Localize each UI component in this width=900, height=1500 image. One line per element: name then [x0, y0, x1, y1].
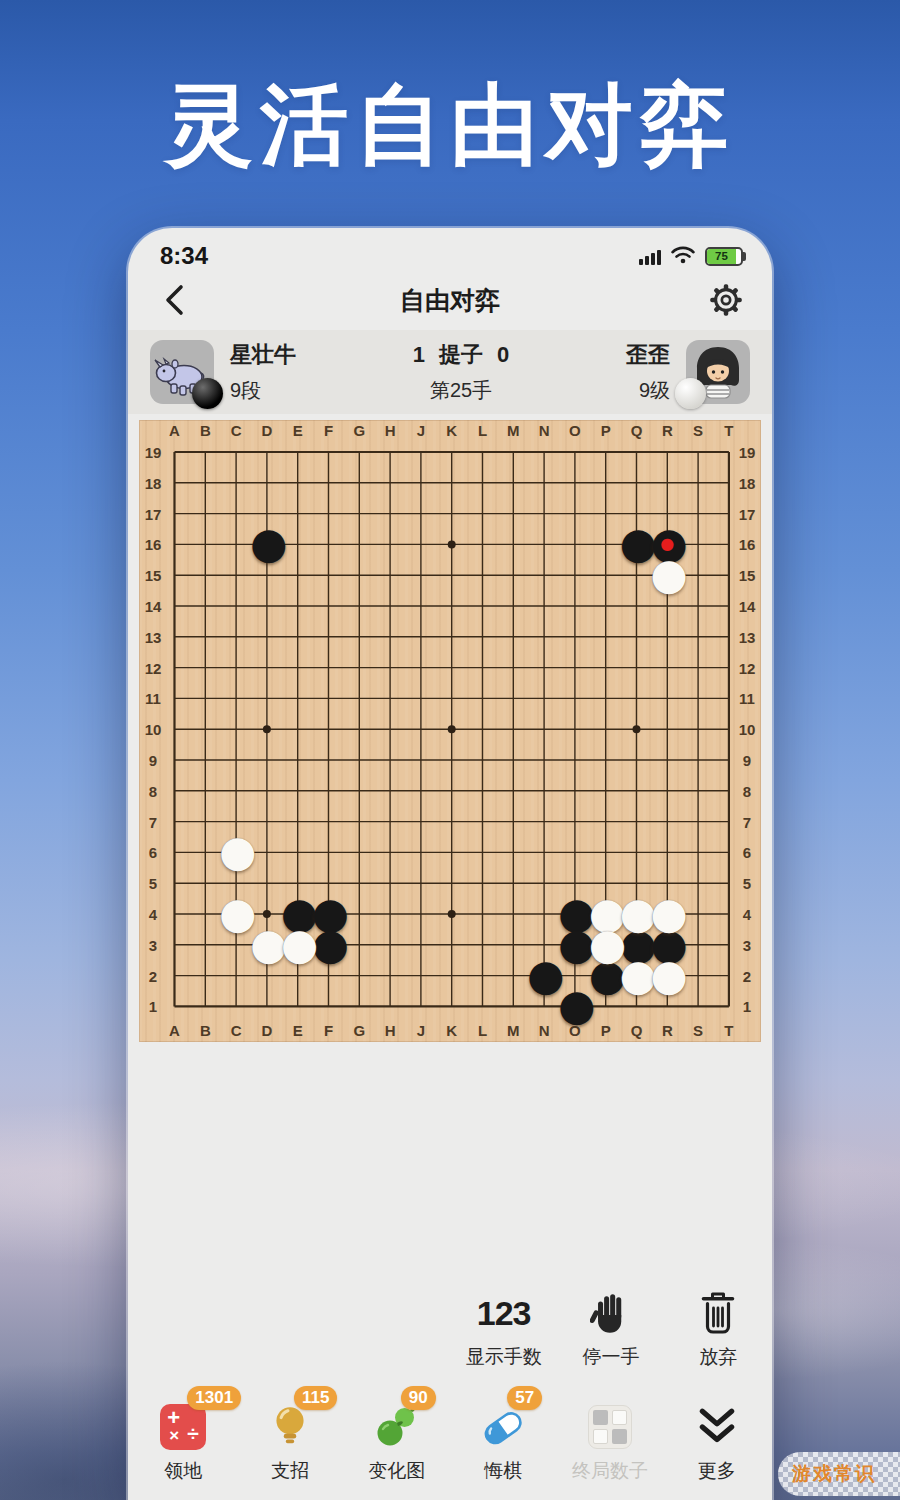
- coord-label: 16: [739, 536, 756, 553]
- hint-button[interactable]: 115 支招: [237, 1398, 344, 1500]
- coord-label: O: [569, 422, 581, 439]
- coord-label: T: [724, 1022, 733, 1039]
- page-title: 灵活自由对弈: [0, 66, 900, 185]
- coord-label: 10: [739, 721, 756, 738]
- final-count-label: 终局数子: [572, 1458, 648, 1484]
- black-player-rank: 9段: [230, 377, 296, 404]
- black-stone: ●: [250, 527, 284, 561]
- coord-label: 3: [743, 936, 751, 953]
- final-count-button: 终局数子: [557, 1398, 664, 1500]
- more-button[interactable]: 更多: [663, 1398, 770, 1500]
- coord-label: 19: [739, 444, 756, 461]
- variation-badge: 90: [401, 1386, 436, 1410]
- game-toolbar: 123 显示手数 停一手: [450, 1284, 772, 1390]
- white-stone: ●: [620, 959, 654, 993]
- app-screenshot: 灵活自由对弈 8:34 75: [0, 0, 900, 1500]
- back-button[interactable]: [156, 282, 192, 318]
- undo-badge: 57: [507, 1386, 542, 1410]
- coord-label: S: [693, 422, 703, 439]
- coord-label: 12: [739, 659, 756, 676]
- coord-label: 3: [149, 936, 157, 953]
- pass-button[interactable]: 停一手: [557, 1284, 664, 1390]
- territory-calculator-icon: +×÷: [160, 1404, 206, 1450]
- coord-label: 1: [743, 998, 751, 1015]
- coord-label: B: [200, 1022, 211, 1039]
- black-stone: ●: [558, 989, 592, 1023]
- white-player-rank: 9级: [626, 377, 670, 404]
- coord-label: G: [353, 1022, 365, 1039]
- white-player-avatar[interactable]: [686, 340, 750, 404]
- clock-text: 8:34: [160, 242, 639, 270]
- hint-badge: 115: [294, 1386, 337, 1410]
- coord-label: 8: [743, 782, 751, 799]
- white-stone: ●: [650, 897, 684, 931]
- coord-label: F: [324, 1022, 333, 1039]
- coord-label: 17: [739, 505, 756, 522]
- white-stone: ●: [219, 835, 253, 869]
- coord-label: P: [601, 1022, 611, 1039]
- status-bar: 8:34 75: [128, 228, 772, 270]
- coord-label: 7: [149, 813, 157, 830]
- coord-label: H: [385, 422, 396, 439]
- white-stone: ●: [650, 959, 684, 993]
- undo-label: 悔棋: [484, 1458, 522, 1484]
- coord-label: 15: [739, 567, 756, 584]
- white-stone: ●: [650, 558, 684, 592]
- captures-count: 1 提子 0: [296, 340, 626, 370]
- trash-icon: [698, 1290, 738, 1336]
- hint-label: 支招: [271, 1458, 309, 1484]
- pill-icon: [480, 1403, 526, 1451]
- coord-label: N: [539, 422, 550, 439]
- coord-label: 7: [743, 813, 751, 830]
- black-player-avatar[interactable]: [150, 340, 214, 404]
- coord-label: L: [478, 422, 487, 439]
- territory-label: 领地: [164, 1458, 202, 1484]
- coord-label: E: [293, 422, 303, 439]
- coord-label: M: [507, 1022, 520, 1039]
- white-stone-indicator: [675, 378, 706, 409]
- resign-label: 放弃: [699, 1344, 737, 1370]
- coord-label: 14: [145, 598, 162, 615]
- white-stone: ●: [219, 897, 253, 931]
- coord-label: 13: [739, 628, 756, 645]
- app-header: 自由对弈: [128, 270, 772, 330]
- coord-label: 15: [145, 567, 162, 584]
- coord-label: 11: [739, 690, 755, 707]
- hand-icon: [590, 1290, 632, 1336]
- coord-label: J: [417, 1022, 425, 1039]
- undo-button[interactable]: 57 悔棋: [450, 1398, 557, 1500]
- coord-label: S: [693, 1022, 703, 1039]
- double-chevron-down-icon: [694, 1406, 740, 1448]
- coord-label: H: [385, 1022, 396, 1039]
- coord-label: 4: [149, 906, 157, 923]
- coord-label: 16: [145, 536, 162, 553]
- final-count-grid-icon: [588, 1405, 632, 1449]
- black-stone-indicator: [192, 378, 223, 409]
- coord-label: L: [478, 1022, 487, 1039]
- white-player-name: 歪歪: [626, 340, 670, 370]
- show-move-numbers-label: 显示手数: [466, 1344, 542, 1370]
- coord-label: 5: [149, 875, 157, 892]
- coord-label: R: [662, 422, 673, 439]
- coord-label: 9: [743, 752, 751, 769]
- white-stone: ●: [281, 928, 315, 962]
- coord-label: T: [724, 422, 733, 439]
- coord-label: 11: [145, 690, 161, 707]
- coord-label: Q: [631, 422, 643, 439]
- variation-diagram-icon: [374, 1403, 420, 1451]
- coord-label: D: [261, 422, 272, 439]
- more-label: 更多: [698, 1458, 736, 1484]
- coord-label: 2: [743, 967, 751, 984]
- territory-button[interactable]: +×÷ 1301 领地: [130, 1398, 237, 1500]
- coord-label: 5: [743, 875, 751, 892]
- coord-label: G: [353, 422, 365, 439]
- variation-button[interactable]: 90 变化图: [343, 1398, 450, 1500]
- lightbulb-icon: [267, 1403, 313, 1451]
- coord-label: K: [446, 1022, 457, 1039]
- battery-percent: 75: [707, 249, 737, 264]
- coord-label: 13: [145, 628, 162, 645]
- coord-label: A: [169, 1022, 180, 1039]
- watermark: 游戏常识: [778, 1452, 900, 1496]
- coord-label: 18: [739, 474, 756, 491]
- coord-label: 6: [743, 844, 751, 861]
- coord-label: 14: [739, 598, 756, 615]
- coord-label: 6: [149, 844, 157, 861]
- variation-label: 变化图: [368, 1458, 425, 1484]
- coord-label: N: [539, 1022, 550, 1039]
- settings-button[interactable]: [708, 282, 744, 318]
- coord-label: 12: [145, 659, 162, 676]
- move-number: 第25手: [296, 377, 626, 404]
- black-stone: ●: [620, 527, 654, 561]
- white-stone: ●: [589, 928, 623, 962]
- coord-label: R: [662, 1022, 673, 1039]
- coord-label: B: [200, 422, 211, 439]
- player-info-bar: 星壮牛 9段 1 提子 0 第25手 歪歪 9级: [128, 330, 772, 414]
- coord-label: 10: [145, 721, 162, 738]
- territory-badge: 1301: [187, 1386, 241, 1410]
- coord-label: 18: [145, 474, 162, 491]
- battery-icon: 75: [705, 247, 747, 266]
- coord-label: K: [446, 422, 457, 439]
- white-stone: ●: [250, 928, 284, 962]
- last-move-marker: ●: [659, 536, 675, 552]
- coord-label: D: [261, 1022, 272, 1039]
- pass-label: 停一手: [582, 1344, 639, 1370]
- resign-button[interactable]: 放弃: [665, 1284, 772, 1390]
- coord-label: Q: [631, 1022, 643, 1039]
- signal-strength-icon: [639, 248, 660, 265]
- coord-label: 4: [743, 906, 751, 923]
- go-board[interactable]: AA1919BB1818CC1717DD1616EE1515FF1414GG13…: [139, 420, 761, 1042]
- coord-label: 8: [149, 782, 157, 799]
- gear-icon: [708, 282, 744, 318]
- coord-label: 19: [145, 444, 162, 461]
- coord-label: E: [293, 1022, 303, 1039]
- actions-bar: +×÷ 1301 领地 115 支招: [128, 1398, 772, 1500]
- back-chevron-icon: [161, 282, 187, 318]
- black-player-name: 星壮牛: [230, 340, 296, 370]
- coord-label: 2: [149, 967, 157, 984]
- coord-label: 9: [149, 752, 157, 769]
- show-move-numbers-button[interactable]: 123 显示手数: [450, 1284, 557, 1390]
- coord-label: P: [601, 422, 611, 439]
- phone-mockup: 8:34 75: [128, 228, 772, 1500]
- wifi-icon: [670, 244, 696, 268]
- coord-label: M: [507, 422, 520, 439]
- coord-label: F: [324, 422, 333, 439]
- screen-title: 自由对弈: [192, 284, 708, 317]
- coord-label: J: [417, 422, 425, 439]
- coord-label: A: [169, 422, 180, 439]
- move-numbers-icon: 123: [477, 1294, 531, 1333]
- black-stone: ●: [527, 959, 561, 993]
- coord-label: C: [231, 1022, 242, 1039]
- coord-label: 17: [145, 505, 162, 522]
- coord-label: C: [231, 422, 242, 439]
- coord-label: 1: [149, 998, 157, 1015]
